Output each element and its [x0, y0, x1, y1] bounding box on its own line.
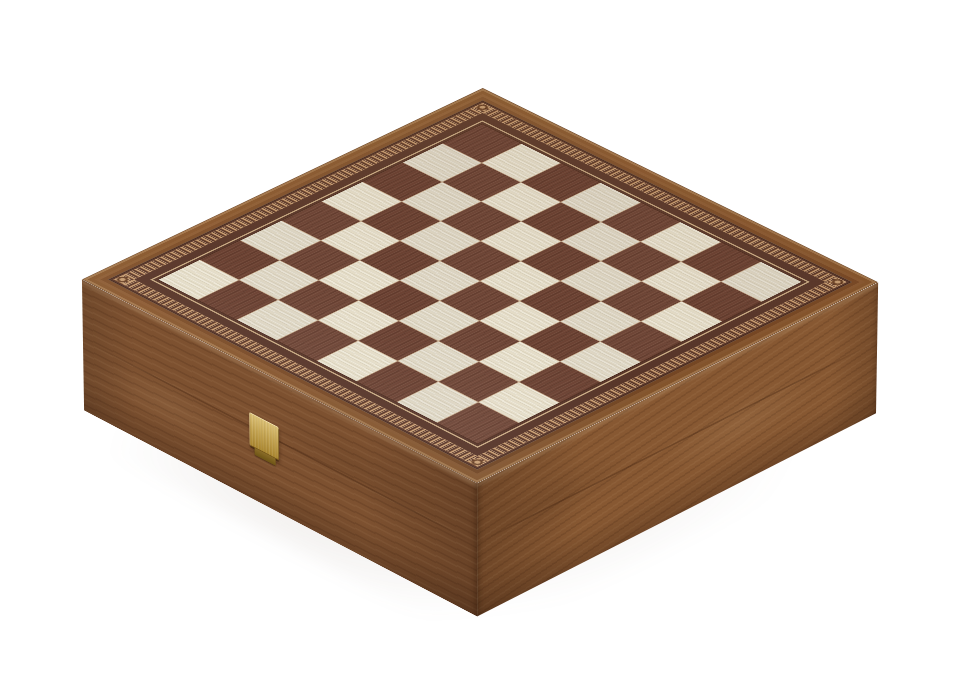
chess-box — [84, 216, 876, 616]
scene — [0, 0, 967, 686]
product-photo-stage — [0, 0, 967, 686]
brass-clasp — [249, 412, 279, 468]
